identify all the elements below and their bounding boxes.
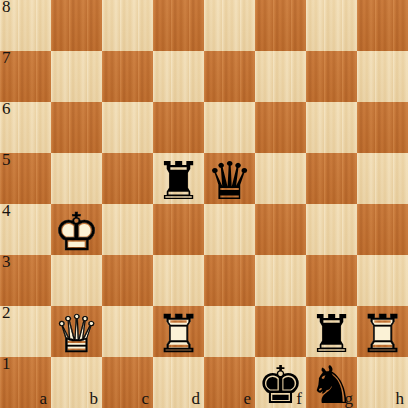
- square-f2[interactable]: [255, 306, 306, 357]
- file-label-a: a: [39, 390, 47, 408]
- square-b7[interactable]: [51, 51, 102, 102]
- file-label-b: b: [90, 390, 99, 408]
- square-f6[interactable]: [255, 102, 306, 153]
- square-e7[interactable]: [204, 51, 255, 102]
- square-d7[interactable]: [153, 51, 204, 102]
- black-king-icon[interactable]: ♚: [255, 357, 306, 408]
- piece-glyph: ♛: [206, 155, 253, 207]
- square-g6[interactable]: [306, 102, 357, 153]
- square-c8[interactable]: [102, 0, 153, 51]
- square-d3[interactable]: [153, 255, 204, 306]
- piece-outline-glyph: ♖: [359, 308, 406, 360]
- square-d5[interactable]: ♜: [153, 153, 204, 204]
- white-rook-icon[interactable]: ♜♖: [357, 306, 408, 357]
- square-e6[interactable]: [204, 102, 255, 153]
- square-e5[interactable]: ♛: [204, 153, 255, 204]
- square-g4[interactable]: [306, 204, 357, 255]
- file-label-d: d: [192, 390, 201, 408]
- file-label-c: c: [141, 390, 149, 408]
- square-f8[interactable]: [255, 0, 306, 51]
- file-label-e: e: [243, 390, 251, 408]
- square-h5[interactable]: [357, 153, 408, 204]
- square-f5[interactable]: [255, 153, 306, 204]
- square-c2[interactable]: [102, 306, 153, 357]
- square-a4[interactable]: 4: [0, 204, 51, 255]
- square-c5[interactable]: [102, 153, 153, 204]
- rank-label-1: 1: [2, 355, 11, 374]
- square-c7[interactable]: [102, 51, 153, 102]
- square-g7[interactable]: [306, 51, 357, 102]
- square-e4[interactable]: [204, 204, 255, 255]
- square-c3[interactable]: [102, 255, 153, 306]
- piece-glyph: ♞: [308, 359, 355, 408]
- black-knight-icon[interactable]: ♞: [306, 357, 357, 408]
- piece-outline-glyph: ♖: [155, 308, 202, 360]
- white-queen-icon[interactable]: ♛♕: [51, 306, 102, 357]
- square-f3[interactable]: [255, 255, 306, 306]
- square-c4[interactable]: [102, 204, 153, 255]
- square-b2[interactable]: ♛♕: [51, 306, 102, 357]
- square-b3[interactable]: [51, 255, 102, 306]
- black-rook-icon[interactable]: ♜: [153, 153, 204, 204]
- square-h6[interactable]: [357, 102, 408, 153]
- square-f1[interactable]: f♚: [255, 357, 306, 408]
- square-d4[interactable]: [153, 204, 204, 255]
- square-a8[interactable]: 8: [0, 0, 51, 51]
- rank-label-3: 3: [2, 253, 11, 272]
- square-g8[interactable]: [306, 0, 357, 51]
- square-h1[interactable]: h: [357, 357, 408, 408]
- square-e1[interactable]: e: [204, 357, 255, 408]
- square-a2[interactable]: 2: [0, 306, 51, 357]
- rank-label-5: 5: [2, 151, 11, 170]
- square-h4[interactable]: [357, 204, 408, 255]
- square-f7[interactable]: [255, 51, 306, 102]
- square-d1[interactable]: d: [153, 357, 204, 408]
- square-b4[interactable]: ♚♔: [51, 204, 102, 255]
- piece-glyph: ♜: [308, 308, 355, 360]
- piece-outline-glyph: ♔: [53, 206, 100, 258]
- square-g2[interactable]: ♜: [306, 306, 357, 357]
- square-d2[interactable]: ♜♖: [153, 306, 204, 357]
- square-e2[interactable]: [204, 306, 255, 357]
- square-a6[interactable]: 6: [0, 102, 51, 153]
- rank-label-6: 6: [2, 100, 11, 119]
- square-a1[interactable]: 1a: [0, 357, 51, 408]
- black-rook-icon[interactable]: ♜: [306, 306, 357, 357]
- square-c6[interactable]: [102, 102, 153, 153]
- rank-label-4: 4: [2, 202, 11, 221]
- file-label-h: h: [396, 390, 405, 408]
- white-king-icon[interactable]: ♚♔: [51, 204, 102, 255]
- square-a7[interactable]: 7: [0, 51, 51, 102]
- square-a5[interactable]: 5: [0, 153, 51, 204]
- piece-outline-glyph: ♕: [53, 308, 100, 360]
- rank-label-8: 8: [2, 0, 11, 17]
- rank-label-2: 2: [2, 304, 11, 323]
- chess-board: 8765♜♛4♚♔32♛♕♜♖♜♜♖1abcdef♚g♞h: [0, 0, 408, 408]
- rank-label-7: 7: [2, 49, 11, 68]
- white-rook-icon[interactable]: ♜♖: [153, 306, 204, 357]
- square-a3[interactable]: 3: [0, 255, 51, 306]
- piece-glyph: ♜: [155, 155, 202, 207]
- square-d6[interactable]: [153, 102, 204, 153]
- square-c1[interactable]: c: [102, 357, 153, 408]
- square-g5[interactable]: [306, 153, 357, 204]
- square-d8[interactable]: [153, 0, 204, 51]
- square-g3[interactable]: [306, 255, 357, 306]
- black-queen-icon[interactable]: ♛: [204, 153, 255, 204]
- square-h2[interactable]: ♜♖: [357, 306, 408, 357]
- square-g1[interactable]: g♞: [306, 357, 357, 408]
- square-b1[interactable]: b: [51, 357, 102, 408]
- piece-glyph: ♚: [257, 359, 304, 408]
- square-b8[interactable]: [51, 0, 102, 51]
- square-f4[interactable]: [255, 204, 306, 255]
- square-h7[interactable]: [357, 51, 408, 102]
- square-b5[interactable]: [51, 153, 102, 204]
- square-h3[interactable]: [357, 255, 408, 306]
- square-h8[interactable]: [357, 0, 408, 51]
- square-e3[interactable]: [204, 255, 255, 306]
- square-e8[interactable]: [204, 0, 255, 51]
- square-b6[interactable]: [51, 102, 102, 153]
